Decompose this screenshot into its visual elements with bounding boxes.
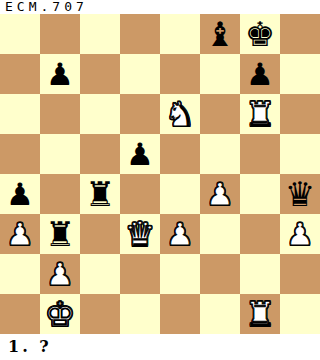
square-b2[interactable]: ♟ bbox=[40, 254, 80, 294]
square-g5[interactable] bbox=[240, 134, 280, 174]
square-d6[interactable] bbox=[120, 94, 160, 134]
white-knight-piece: ♞ bbox=[165, 94, 195, 134]
square-g3[interactable] bbox=[240, 214, 280, 254]
square-d3[interactable]: ♛ bbox=[120, 214, 160, 254]
square-f6[interactable] bbox=[200, 94, 240, 134]
square-d1[interactable] bbox=[120, 294, 160, 334]
square-f4[interactable]: ♟ bbox=[200, 174, 240, 214]
square-f8[interactable]: ♝ bbox=[200, 14, 240, 54]
square-b3[interactable]: ♜ bbox=[40, 214, 80, 254]
square-g6[interactable]: ♜ bbox=[240, 94, 280, 134]
square-f2[interactable] bbox=[200, 254, 240, 294]
square-b6[interactable] bbox=[40, 94, 80, 134]
square-c7[interactable] bbox=[80, 54, 120, 94]
square-c6[interactable] bbox=[80, 94, 120, 134]
square-d2[interactable] bbox=[120, 254, 160, 294]
square-a4[interactable]: ♟ bbox=[0, 174, 40, 214]
square-h3[interactable]: ♟ bbox=[280, 214, 320, 254]
square-a1[interactable] bbox=[0, 294, 40, 334]
square-c2[interactable] bbox=[80, 254, 120, 294]
white-pawn-piece: ♟ bbox=[206, 174, 234, 214]
square-a3[interactable]: ♟ bbox=[0, 214, 40, 254]
square-c5[interactable] bbox=[80, 134, 120, 174]
square-e4[interactable] bbox=[160, 174, 200, 214]
square-f5[interactable] bbox=[200, 134, 240, 174]
square-a6[interactable] bbox=[0, 94, 40, 134]
square-f1[interactable] bbox=[200, 294, 240, 334]
square-e6[interactable]: ♞ bbox=[160, 94, 200, 134]
black-pawn-piece: ♟ bbox=[46, 54, 74, 94]
black-pawn-piece: ♟ bbox=[246, 54, 274, 94]
square-h2[interactable] bbox=[280, 254, 320, 294]
square-g4[interactable] bbox=[240, 174, 280, 214]
square-c3[interactable] bbox=[80, 214, 120, 254]
square-f3[interactable] bbox=[200, 214, 240, 254]
square-d4[interactable] bbox=[120, 174, 160, 214]
black-king-piece: ♚ bbox=[245, 14, 275, 54]
square-h1[interactable] bbox=[280, 294, 320, 334]
black-queen-piece: ♛ bbox=[285, 174, 315, 214]
square-a7[interactable] bbox=[0, 54, 40, 94]
white-rook-piece: ♜ bbox=[245, 294, 275, 334]
square-c4[interactable]: ♜ bbox=[80, 174, 120, 214]
square-h6[interactable] bbox=[280, 94, 320, 134]
black-pawn-piece: ♟ bbox=[6, 174, 34, 214]
square-e7[interactable] bbox=[160, 54, 200, 94]
square-c8[interactable] bbox=[80, 14, 120, 54]
square-h7[interactable] bbox=[280, 54, 320, 94]
square-h5[interactable] bbox=[280, 134, 320, 174]
square-a5[interactable] bbox=[0, 134, 40, 174]
black-rook-piece: ♜ bbox=[45, 214, 75, 254]
white-queen-piece: ♛ bbox=[125, 214, 155, 254]
square-d8[interactable] bbox=[120, 14, 160, 54]
square-g2[interactable] bbox=[240, 254, 280, 294]
square-b1[interactable]: ♚ bbox=[40, 294, 80, 334]
chess-program-window: ECM.707 ♝♚♟♟♞♜♟♟♜♟♛♟♜♛♟♟♟♚♜ 1. ? bbox=[0, 0, 320, 360]
square-h4[interactable]: ♛ bbox=[280, 174, 320, 214]
square-f7[interactable] bbox=[200, 54, 240, 94]
black-rook-piece: ♜ bbox=[85, 174, 115, 214]
square-d5[interactable]: ♟ bbox=[120, 134, 160, 174]
white-pawn-piece: ♟ bbox=[286, 214, 314, 254]
white-pawn-piece: ♟ bbox=[46, 254, 74, 294]
square-e5[interactable] bbox=[160, 134, 200, 174]
square-e8[interactable] bbox=[160, 14, 200, 54]
square-b4[interactable] bbox=[40, 174, 80, 214]
square-g1[interactable]: ♜ bbox=[240, 294, 280, 334]
black-bishop-piece: ♝ bbox=[205, 14, 235, 54]
square-c1[interactable] bbox=[80, 294, 120, 334]
white-pawn-piece: ♟ bbox=[6, 214, 34, 254]
white-pawn-piece: ♟ bbox=[166, 214, 194, 254]
square-d7[interactable] bbox=[120, 54, 160, 94]
square-b5[interactable] bbox=[40, 134, 80, 174]
square-g7[interactable]: ♟ bbox=[240, 54, 280, 94]
square-b7[interactable]: ♟ bbox=[40, 54, 80, 94]
white-rook-piece: ♜ bbox=[245, 94, 275, 134]
square-e2[interactable] bbox=[160, 254, 200, 294]
square-a8[interactable] bbox=[0, 14, 40, 54]
square-a2[interactable] bbox=[0, 254, 40, 294]
square-g8[interactable]: ♚ bbox=[240, 14, 280, 54]
white-king-piece: ♚ bbox=[45, 294, 75, 334]
chess-board: ♝♚♟♟♞♜♟♟♜♟♛♟♜♛♟♟♟♚♜ bbox=[0, 14, 320, 334]
square-e1[interactable] bbox=[160, 294, 200, 334]
black-pawn-piece: ♟ bbox=[126, 134, 154, 174]
square-h8[interactable] bbox=[280, 14, 320, 54]
move-prompt: 1. ? bbox=[0, 334, 320, 360]
square-e3[interactable]: ♟ bbox=[160, 214, 200, 254]
square-b8[interactable] bbox=[40, 14, 80, 54]
puzzle-id-title: ECM.707 bbox=[0, 0, 320, 14]
